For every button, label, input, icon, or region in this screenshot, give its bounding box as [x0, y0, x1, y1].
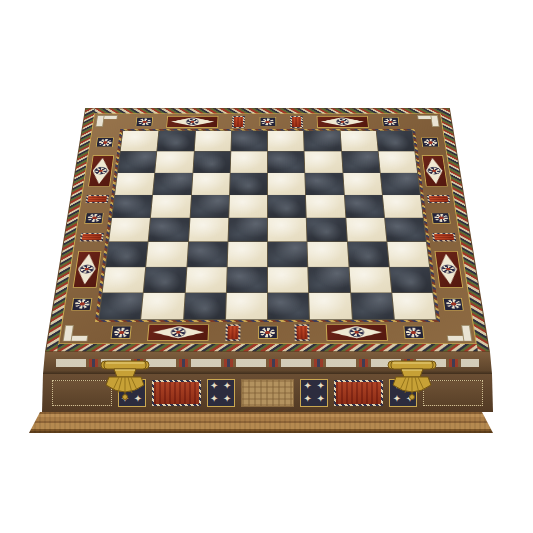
diamond-eye-panel [316, 116, 368, 128]
star-icon: ✦ [221, 393, 234, 406]
rosette-tile [136, 117, 154, 126]
square-d2[interactable] [227, 267, 267, 292]
square-a1[interactable] [99, 293, 143, 319]
square-h1[interactable] [392, 293, 436, 319]
square-c2[interactable] [185, 267, 226, 292]
rosette-tile [443, 298, 464, 310]
rosette-tile [111, 326, 132, 339]
red-wood-bar [79, 233, 103, 241]
square-f4[interactable] [307, 218, 347, 241]
corner-inlay-top-left [93, 114, 123, 130]
square-e2[interactable] [268, 267, 308, 292]
corner-inlay-top-right [412, 114, 442, 130]
square-d8[interactable] [231, 131, 267, 151]
diamond-eye-panel [421, 155, 447, 186]
square-f5[interactable] [306, 195, 345, 218]
rosette-medallion [336, 118, 349, 125]
base-plinth [29, 412, 493, 433]
square-c3[interactable] [187, 242, 227, 266]
star-icon: ✦ [208, 380, 221, 393]
square-e3[interactable] [268, 242, 308, 266]
rosette-tile [96, 138, 114, 148]
front-star-tile: ✦✦✦✦ [207, 379, 235, 407]
square-e6[interactable] [268, 173, 305, 195]
square-e8[interactable] [268, 131, 304, 151]
star-icon: ✦ [301, 380, 314, 393]
square-g5[interactable] [344, 195, 383, 218]
square-c1[interactable] [184, 293, 226, 319]
square-d4[interactable] [228, 218, 267, 241]
square-h2[interactable] [390, 267, 433, 292]
diamond-eye-panel [147, 324, 209, 340]
square-b6[interactable] [153, 173, 192, 195]
red-wood-bar [432, 233, 456, 241]
front-red-panel [334, 380, 383, 406]
diamond-eye-panel [434, 251, 463, 288]
square-b8[interactable] [157, 131, 194, 151]
star-icon: ✦ [221, 380, 234, 393]
square-c6[interactable] [192, 173, 230, 195]
rosette-tile [403, 326, 424, 339]
square-b7[interactable] [155, 152, 193, 173]
star-icon: ✦ [301, 393, 314, 406]
square-h3[interactable] [387, 242, 429, 266]
square-a4[interactable] [109, 218, 150, 241]
square-f7[interactable] [305, 152, 342, 173]
diamond-eye-panel [166, 116, 218, 128]
square-c5[interactable] [190, 195, 229, 218]
star-icon: ✦ [314, 380, 327, 393]
square-h4[interactable] [385, 218, 426, 241]
rosette-tile [259, 117, 276, 126]
front-weave-panel [241, 379, 294, 407]
square-f1[interactable] [309, 293, 351, 319]
square-b2[interactable] [144, 267, 186, 292]
square-d5[interactable] [229, 195, 267, 218]
diamond-eye-panel [326, 324, 388, 340]
rosette-medallion [441, 265, 456, 274]
red-wood-bar [294, 324, 309, 340]
board-top-perspective [45, 0, 490, 352]
corner-inlay-bottom-left [59, 321, 96, 343]
square-e7[interactable] [268, 152, 305, 173]
corner-inlay-bottom-right [439, 321, 476, 343]
square-h6[interactable] [380, 173, 419, 195]
square-h5[interactable] [383, 195, 423, 218]
square-d3[interactable] [227, 242, 267, 266]
rosette-tile [71, 298, 92, 310]
square-a5[interactable] [112, 195, 152, 218]
square-f3[interactable] [308, 242, 348, 266]
square-a2[interactable] [103, 267, 146, 292]
brass-clasp-right [386, 357, 438, 401]
rosette-tile [258, 326, 278, 339]
rosette-tile [421, 138, 439, 148]
rosette-medallion [349, 327, 364, 337]
rosette-tile [382, 117, 400, 126]
square-g4[interactable] [346, 218, 386, 241]
square-h8[interactable] [376, 131, 414, 151]
diamond-eye-panel [88, 155, 114, 186]
square-g1[interactable] [351, 293, 394, 319]
square-b4[interactable] [149, 218, 189, 241]
square-b1[interactable] [141, 293, 184, 319]
playing-field [99, 131, 436, 319]
square-c4[interactable] [189, 218, 229, 241]
rosette-medallion [427, 167, 441, 175]
square-e1[interactable] [268, 293, 309, 319]
diamond-eye-panel [72, 251, 101, 288]
chess-box: ✦✦✦✦✦✦✦✦✦✦✦✦✦✦✦✦ [0, 0, 533, 533]
square-b3[interactable] [146, 242, 187, 266]
square-g3[interactable] [347, 242, 388, 266]
square-a6[interactable] [115, 173, 154, 195]
photo-background: ✦✦✦✦✦✦✦✦✦✦✦✦✦✦✦✦ [0, 0, 533, 533]
star-icon: ✦ [314, 393, 327, 406]
herringbone-edge-bottom [46, 344, 489, 351]
red-wood-bar [427, 195, 450, 203]
square-h7[interactable] [378, 152, 417, 173]
square-a3[interactable] [106, 242, 148, 266]
playing-field-frame [95, 129, 440, 322]
square-f8[interactable] [304, 131, 341, 151]
square-f2[interactable] [308, 267, 349, 292]
square-d6[interactable] [230, 173, 267, 195]
square-c7[interactable] [193, 152, 230, 173]
square-a7[interactable] [118, 152, 157, 173]
red-wood-bar [290, 116, 303, 128]
square-d1[interactable] [226, 293, 267, 319]
border-side-front [93, 321, 442, 343]
square-c8[interactable] [194, 131, 231, 151]
board-top-face [45, 108, 490, 352]
rosette-tile [84, 212, 104, 223]
square-g7[interactable] [342, 152, 380, 173]
rosette-tile [431, 212, 451, 223]
square-e4[interactable] [268, 218, 307, 241]
front-star-tile: ✦✦✦✦ [300, 379, 328, 407]
square-a8[interactable] [121, 131, 159, 151]
square-d7[interactable] [230, 152, 267, 173]
border-side-back [121, 114, 414, 130]
square-g2[interactable] [349, 267, 391, 292]
square-g8[interactable] [340, 131, 377, 151]
square-f6[interactable] [305, 173, 343, 195]
red-wood-bar [85, 195, 108, 203]
square-b5[interactable] [151, 195, 190, 218]
front-red-panel [152, 380, 201, 406]
square-e5[interactable] [268, 195, 306, 218]
brass-clasp-left [99, 357, 151, 401]
star-icon: ✦ [208, 393, 221, 406]
red-wood-bar [226, 324, 241, 340]
square-g6[interactable] [343, 173, 382, 195]
red-wood-bar [232, 116, 245, 128]
